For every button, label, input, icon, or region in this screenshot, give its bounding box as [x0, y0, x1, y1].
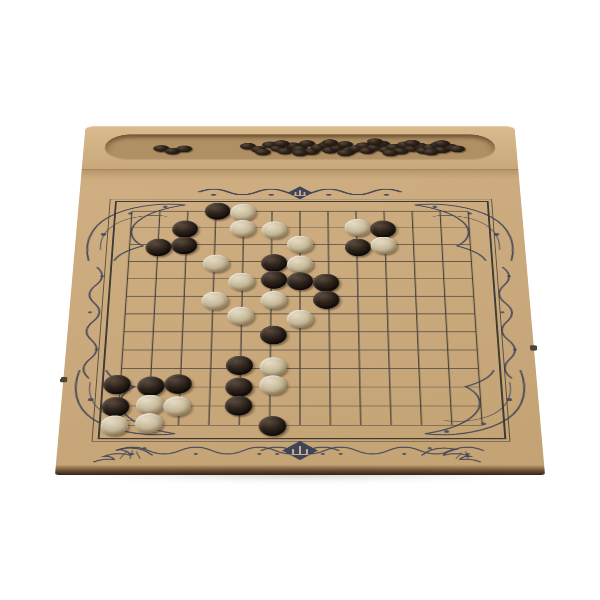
tray-stone-black[interactable]: [434, 140, 450, 147]
black-stone[interactable]: [145, 239, 172, 256]
board-intersection[interactable]: [169, 290, 199, 308]
board-intersection[interactable]: [401, 290, 431, 308]
tray-stone-black[interactable]: [337, 150, 353, 157]
tray-stone-black[interactable]: [322, 139, 338, 146]
board-intersection[interactable]: [132, 415, 163, 435]
black-stone[interactable]: [102, 397, 131, 417]
tray-stone-black[interactable]: [341, 148, 357, 155]
board-intersection[interactable]: [227, 308, 257, 326]
white-stone[interactable]: [287, 310, 314, 328]
tray-stone-black[interactable]: [273, 140, 289, 147]
board-intersection[interactable]: [110, 308, 140, 326]
black-stone[interactable]: [259, 416, 287, 436]
board-intersection[interactable]: [342, 220, 371, 237]
board-intersection[interactable]: [371, 237, 400, 254]
tray-stone-black[interactable]: [374, 141, 390, 148]
black-stone[interactable]: [370, 221, 396, 238]
black-stone[interactable]: [172, 221, 198, 238]
board-intersection[interactable]: [429, 272, 459, 290]
white-stone[interactable]: [370, 237, 396, 254]
board-outer-frame: [92, 199, 511, 442]
tray-stone-black[interactable]: [285, 142, 301, 149]
board-intersection[interactable]: [433, 345, 463, 357]
board-intersection[interactable]: [286, 272, 315, 290]
board-intersection[interactable]: [314, 237, 343, 254]
board-intersection[interactable]: [403, 345, 433, 357]
board-intersection[interactable]: [224, 415, 255, 435]
board-intersection[interactable]: [135, 376, 166, 395]
board-intersection[interactable]: [286, 220, 314, 237]
board-intersection[interactable]: [315, 357, 345, 376]
tray-stone-black[interactable]: [404, 140, 420, 147]
go-set-scene: [55, 0, 545, 475]
board-intersection[interactable]: [426, 203, 455, 220]
tray-stone-black[interactable]: [292, 149, 308, 156]
board-intersection[interactable]: [144, 220, 173, 237]
board-intersection[interactable]: [400, 272, 430, 290]
board-intersection[interactable]: [197, 308, 227, 326]
board-intersection[interactable]: [399, 237, 428, 254]
board-intersection[interactable]: [258, 220, 286, 237]
tray-stone-black[interactable]: [416, 147, 432, 154]
board-intersection[interactable]: [172, 237, 201, 254]
board-intersection[interactable]: [342, 237, 371, 254]
board-intersection[interactable]: [255, 395, 285, 415]
tray-stone-black[interactable]: [300, 140, 316, 147]
board-intersection[interactable]: [433, 357, 464, 376]
board-intersection[interactable]: [285, 308, 314, 326]
board-intersection[interactable]: [103, 395, 134, 415]
board-intersection[interactable]: [229, 237, 258, 254]
tray-stone-black[interactable]: [393, 148, 409, 155]
tray-stone-black[interactable]: [270, 145, 286, 152]
board-intersection[interactable]: [431, 308, 461, 326]
board-intersection[interactable]: [398, 203, 427, 220]
board-intersection[interactable]: [106, 357, 137, 376]
tray-stone-black[interactable]: [442, 144, 458, 151]
grid-lines: [102, 203, 498, 435]
board-intersection[interactable]: [285, 327, 314, 346]
board-intersection[interactable]: [314, 255, 343, 273]
tray-stone-black[interactable]: [153, 145, 169, 152]
board-intersection[interactable]: [228, 255, 257, 273]
board-intersection[interactable]: [464, 376, 495, 395]
tray-stone-black[interactable]: [303, 148, 319, 155]
board-intersection[interactable]: [258, 203, 286, 220]
board-intersection[interactable]: [285, 290, 314, 308]
white-stone[interactable]: [227, 307, 254, 325]
board-intersection[interactable]: [374, 357, 404, 376]
board-intersection[interactable]: [230, 203, 258, 220]
board-intersection[interactable]: [286, 255, 315, 273]
board-intersection[interactable]: [285, 376, 315, 395]
tray-stone-black[interactable]: [337, 141, 353, 148]
board-intersection[interactable]: [462, 345, 492, 357]
board-intersection[interactable]: [194, 395, 225, 415]
black-stone[interactable]: [225, 396, 253, 416]
board-intersection[interactable]: [167, 345, 197, 357]
board-intersection[interactable]: [376, 415, 407, 435]
tray-stone-black[interactable]: [254, 149, 270, 156]
tray-stone-black[interactable]: [318, 142, 334, 149]
tray-board-seam: [81, 169, 519, 180]
white-stone[interactable]: [230, 204, 256, 221]
board-intersection[interactable]: [400, 255, 429, 273]
board-intersection[interactable]: [254, 415, 285, 435]
board-intersection[interactable]: [167, 327, 197, 346]
white-stone[interactable]: [287, 256, 313, 274]
board-intersection[interactable]: [345, 395, 376, 415]
board-intersection[interactable]: [457, 255, 487, 273]
board-intersection[interactable]: [344, 327, 374, 346]
tray-stone-black[interactable]: [348, 145, 364, 152]
board-intersection[interactable]: [111, 290, 141, 308]
board-intersection[interactable]: [257, 237, 286, 254]
board-intersection[interactable]: [226, 327, 256, 346]
board-intersection[interactable]: [285, 395, 315, 415]
board-intersection[interactable]: [201, 220, 230, 237]
board-intersection[interactable]: [345, 415, 376, 435]
board-intersection[interactable]: [105, 376, 136, 395]
tray-stone-black[interactable]: [386, 144, 402, 151]
board-intersection[interactable]: [257, 255, 286, 273]
tray-groove: [104, 134, 496, 160]
board-plane: [55, 126, 545, 475]
tray-stone-black[interactable]: [277, 148, 293, 155]
board-intersection[interactable]: [466, 415, 498, 435]
board-intersection[interactable]: [314, 272, 343, 290]
board-intersection[interactable]: [404, 357, 435, 376]
board-intersection[interactable]: [344, 345, 374, 357]
board-intersection[interactable]: [229, 220, 258, 237]
board-intersection[interactable]: [138, 327, 168, 346]
board-intersection[interactable]: [454, 203, 483, 220]
board-intersection[interactable]: [343, 255, 372, 273]
board-intersection[interactable]: [374, 345, 404, 357]
board-intersection[interactable]: [174, 203, 203, 220]
board-intersection[interactable]: [315, 327, 345, 346]
tray-stone-black[interactable]: [397, 142, 413, 149]
decorative-border-art: [56, 179, 544, 465]
black-stone[interactable]: [164, 374, 192, 393]
board-intersection[interactable]: [257, 272, 286, 290]
white-stone[interactable]: [344, 219, 370, 236]
board-intersection[interactable]: [285, 357, 315, 376]
board-intersection[interactable]: [198, 290, 228, 308]
tray-stone-black[interactable]: [430, 142, 446, 149]
white-stone[interactable]: [230, 220, 256, 237]
board-intersection[interactable]: [200, 237, 229, 254]
board-intersection[interactable]: [137, 345, 167, 357]
tray-stone-black[interactable]: [356, 142, 372, 149]
board-intersection[interactable]: [134, 395, 165, 415]
board-intersection[interactable]: [164, 395, 195, 415]
board-intersection[interactable]: [314, 290, 343, 308]
tray-stone-black[interactable]: [251, 146, 267, 153]
board-intersection[interactable]: [458, 272, 488, 290]
board-cells: [102, 203, 498, 435]
black-stone[interactable]: [287, 272, 313, 290]
board-intersection[interactable]: [193, 415, 224, 435]
black-stone[interactable]: [261, 271, 287, 289]
white-stone[interactable]: [201, 292, 228, 310]
tray-stone-black[interactable]: [164, 148, 180, 155]
board-intersection[interactable]: [228, 272, 257, 290]
tray-stone-black[interactable]: [176, 145, 192, 152]
board-intersection[interactable]: [227, 290, 256, 308]
board-intersection[interactable]: [460, 308, 490, 326]
board-intersection[interactable]: [402, 308, 432, 326]
board-intersection[interactable]: [225, 376, 255, 395]
board-grid: [102, 203, 498, 435]
board-intersection[interactable]: [373, 327, 403, 346]
board-intersection[interactable]: [398, 220, 427, 237]
board-intersection[interactable]: [373, 308, 403, 326]
board-intersection[interactable]: [370, 203, 399, 220]
black-stone[interactable]: [103, 375, 131, 394]
black-stone[interactable]: [261, 254, 287, 272]
board-intersection[interactable]: [405, 395, 436, 415]
board-intersection[interactable]: [225, 357, 255, 376]
board-intersection[interactable]: [200, 255, 229, 273]
board-intersection[interactable]: [343, 272, 372, 290]
board-intersection[interactable]: [255, 357, 285, 376]
board-intersection[interactable]: [455, 220, 484, 237]
board-intersection[interactable]: [402, 327, 432, 346]
tray-stone-black[interactable]: [329, 144, 345, 151]
board-intersection[interactable]: [342, 203, 370, 220]
black-stone[interactable]: [205, 203, 231, 220]
board-intersection[interactable]: [197, 327, 227, 346]
board-intersection[interactable]: [226, 345, 256, 357]
board-intersection[interactable]: [435, 395, 466, 415]
white-stone[interactable]: [287, 236, 313, 253]
board-intersection[interactable]: [370, 220, 399, 237]
board-intersection[interactable]: [117, 203, 146, 220]
board-intersection[interactable]: [427, 237, 456, 254]
tray-stone-black[interactable]: [292, 145, 308, 152]
board-intersection[interactable]: [461, 327, 492, 346]
board-intersection[interactable]: [114, 255, 144, 273]
board-intersection[interactable]: [430, 290, 460, 308]
board-intersection[interactable]: [145, 203, 174, 220]
board-intersection[interactable]: [102, 415, 134, 435]
black-stone[interactable]: [313, 274, 339, 292]
tray-stone-black[interactable]: [240, 143, 256, 150]
white-stone[interactable]: [259, 375, 286, 394]
tray-stone-black[interactable]: [423, 149, 439, 156]
board-intersection[interactable]: [315, 345, 345, 357]
board-shadow: [85, 468, 515, 480]
board-intersection[interactable]: [224, 395, 255, 415]
black-stone[interactable]: [225, 378, 253, 397]
board-intersection[interactable]: [107, 345, 137, 357]
board-intersection[interactable]: [465, 395, 496, 415]
board-intersection[interactable]: [314, 203, 342, 220]
white-stone[interactable]: [203, 255, 229, 273]
board-intersection[interactable]: [286, 237, 314, 254]
board-intersection[interactable]: [136, 357, 167, 376]
white-stone[interactable]: [262, 221, 288, 238]
board-intersection[interactable]: [165, 376, 196, 395]
black-stone[interactable]: [313, 291, 339, 309]
white-stone[interactable]: [136, 395, 164, 415]
tray-stone-black[interactable]: [382, 149, 398, 156]
stone-tray: [82, 126, 519, 169]
board-intersection[interactable]: [315, 376, 345, 395]
board-intersection[interactable]: [372, 290, 402, 308]
tray-stone-black[interactable]: [434, 146, 450, 153]
board-intersection[interactable]: [256, 327, 286, 346]
board-intersection[interactable]: [139, 308, 169, 326]
tray-stone-black[interactable]: [322, 147, 338, 154]
board-intersection[interactable]: [168, 308, 198, 326]
board-intersection[interactable]: [344, 308, 374, 326]
tray-stone-black[interactable]: [404, 145, 420, 152]
board-intersection[interactable]: [434, 376, 465, 395]
tray-stone-black[interactable]: [359, 147, 375, 154]
board-intersection[interactable]: [256, 308, 285, 326]
black-stone[interactable]: [171, 237, 197, 254]
board-intersection[interactable]: [256, 290, 285, 308]
board-intersection[interactable]: [463, 357, 494, 376]
board-intersection[interactable]: [173, 220, 202, 237]
tray-stone-black[interactable]: [423, 144, 439, 151]
tray-stone-black[interactable]: [367, 144, 383, 151]
board-intersection[interactable]: [199, 272, 228, 290]
board-intersection[interactable]: [375, 395, 406, 415]
board-intersection[interactable]: [115, 237, 145, 254]
board-intersection[interactable]: [426, 220, 455, 237]
board-intersection[interactable]: [432, 327, 462, 346]
board-intersection[interactable]: [196, 345, 226, 357]
tray-stone-black[interactable]: [262, 142, 278, 149]
board-intersection[interactable]: [344, 357, 374, 376]
white-stone[interactable]: [100, 415, 129, 435]
board-intersection[interactable]: [255, 376, 285, 395]
board-intersection[interactable]: [108, 327, 139, 346]
tray-stone-black[interactable]: [311, 144, 327, 151]
tray-stone-black[interactable]: [378, 146, 394, 153]
board-intersection[interactable]: [140, 290, 170, 308]
board-intersection[interactable]: [163, 415, 194, 435]
board-intersection[interactable]: [196, 357, 226, 376]
board-intersection[interactable]: [456, 237, 486, 254]
white-stone[interactable]: [135, 413, 164, 433]
board-intersection[interactable]: [170, 272, 200, 290]
black-stone[interactable]: [226, 356, 253, 375]
board-intersection[interactable]: [116, 220, 145, 237]
board-intersection[interactable]: [428, 255, 458, 273]
white-stone[interactable]: [163, 396, 191, 416]
board-intersection[interactable]: [314, 220, 342, 237]
board-inner-frame: [98, 201, 507, 439]
black-stone[interactable]: [345, 239, 371, 256]
tray-stone-black[interactable]: [449, 145, 465, 152]
black-stone[interactable]: [137, 376, 165, 395]
tray-stone-black[interactable]: [367, 139, 383, 146]
board-intersection[interactable]: [404, 376, 435, 395]
board-intersection[interactable]: [406, 415, 437, 435]
board-intersection[interactable]: [372, 272, 401, 290]
board-intersection[interactable]: [195, 376, 226, 395]
board-intersection[interactable]: [141, 272, 171, 290]
white-stone[interactable]: [228, 273, 254, 291]
board-intersection[interactable]: [436, 415, 467, 435]
board-intersection[interactable]: [375, 376, 406, 395]
black-stone[interactable]: [260, 326, 287, 345]
board-intersection[interactable]: [315, 415, 346, 435]
board-intersection[interactable]: [345, 376, 375, 395]
side-clasp-right: [530, 345, 537, 350]
board-intersection[interactable]: [256, 345, 286, 357]
board-intersection[interactable]: [143, 237, 172, 254]
board-intersection[interactable]: [286, 203, 314, 220]
white-stone[interactable]: [260, 357, 287, 376]
board-intersection[interactable]: [315, 395, 345, 415]
board-intersection[interactable]: [285, 415, 315, 435]
board-intersection[interactable]: [285, 345, 315, 357]
board-intersection[interactable]: [112, 272, 142, 290]
board-intersection[interactable]: [171, 255, 200, 273]
go-board: [56, 179, 544, 465]
board-intersection[interactable]: [202, 203, 231, 220]
side-clasp-left: [60, 377, 67, 382]
board-intersection[interactable]: [343, 290, 372, 308]
tray-stone-black[interactable]: [412, 143, 428, 150]
white-stone[interactable]: [261, 291, 287, 309]
board-intersection[interactable]: [166, 357, 197, 376]
board-intersection[interactable]: [142, 255, 172, 273]
board-intersection[interactable]: [459, 290, 489, 308]
board-intersection[interactable]: [371, 255, 400, 273]
board-intersection[interactable]: [315, 308, 344, 326]
